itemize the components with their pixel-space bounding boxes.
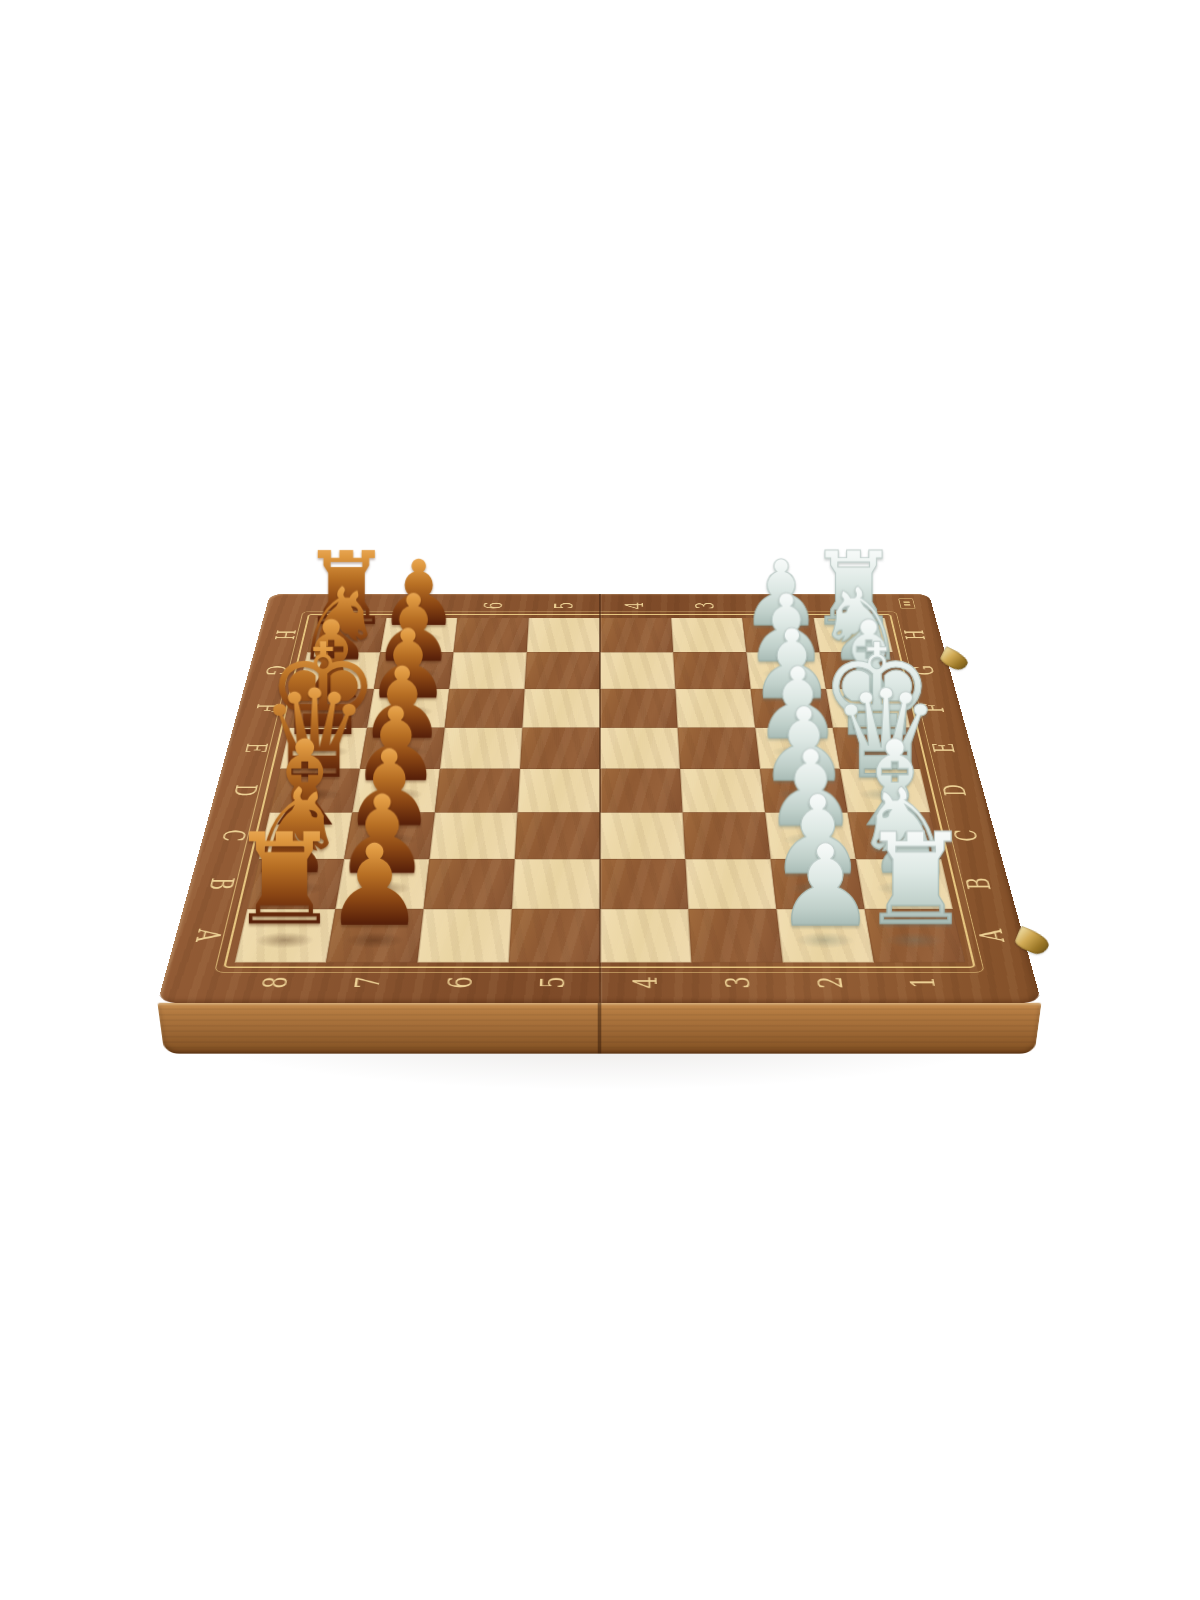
square-a3[interactable]: [688, 909, 782, 962]
square-b3[interactable]: [685, 859, 776, 909]
square-a4[interactable]: [600, 909, 691, 962]
product-photo-scene: ♜♟♟♜♞♟♟♞♝♟♟♝♚♟♟♚♛♟♟♛♝♟♟♝♞♟♟♞♜♟♟♜ 8765432…: [0, 0, 1200, 1600]
square-f4[interactable]: [600, 689, 678, 728]
square-a8[interactable]: ♜: [234, 909, 335, 962]
square-f6[interactable]: [444, 689, 524, 728]
square-h6[interactable]: [453, 618, 528, 653]
square-a1[interactable]: ♜: [864, 909, 965, 962]
square-g4[interactable]: [600, 652, 675, 689]
white-rook[interactable]: ♜: [858, 816, 971, 942]
square-d3[interactable]: [680, 769, 765, 813]
square-h3[interactable]: [671, 618, 746, 653]
square-b4[interactable]: [600, 859, 688, 909]
board-top-surface: ♜♟♟♜♞♟♟♞♝♟♟♝♚♟♟♚♛♟♟♛♝♟♟♝♞♟♟♞♜♟♟♜ 8765432…: [157, 594, 1041, 1003]
square-d5[interactable]: [517, 769, 600, 813]
square-h5[interactable]: [526, 618, 599, 653]
square-a7[interactable]: ♟: [326, 909, 424, 962]
chess-board: ♜♟♟♜♞♟♟♞♝♟♟♝♚♟♟♚♛♟♟♛♝♟♟♝♞♟♟♞♜♟♟♜ 8765432…: [157, 594, 1041, 1003]
square-g5[interactable]: [524, 652, 599, 689]
board-front-edge-face: [157, 1003, 1041, 1054]
black-pawn[interactable]: ♟: [324, 830, 425, 943]
square-g3[interactable]: [673, 652, 750, 689]
square-b5[interactable]: [511, 859, 599, 909]
square-f5[interactable]: [522, 689, 600, 728]
square-c6[interactable]: [429, 812, 517, 859]
square-a5[interactable]: [508, 909, 599, 962]
square-b6[interactable]: [423, 859, 514, 909]
square-e4[interactable]: [600, 727, 680, 768]
square-e3[interactable]: [677, 727, 759, 768]
square-d4[interactable]: [600, 769, 683, 813]
square-c4[interactable]: [600, 812, 685, 859]
square-d6[interactable]: [434, 769, 519, 813]
square-e6[interactable]: [440, 727, 522, 768]
square-c3[interactable]: [682, 812, 770, 859]
fold-seam-front: [598, 1003, 602, 1054]
square-c5[interactable]: [514, 812, 599, 859]
square-f3[interactable]: [675, 689, 755, 728]
square-e5[interactable]: [520, 727, 600, 768]
square-g6[interactable]: [449, 652, 526, 689]
square-h4[interactable]: [600, 618, 673, 653]
square-a6[interactable]: [417, 909, 511, 962]
